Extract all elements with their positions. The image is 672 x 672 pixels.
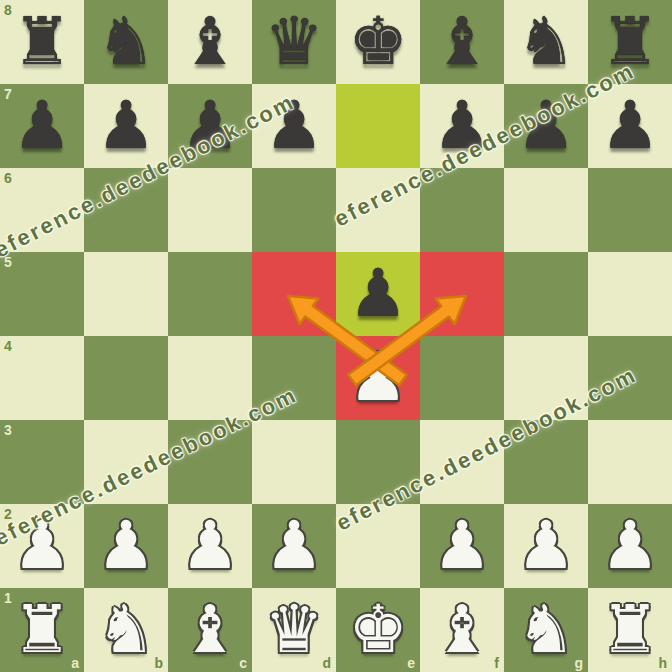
square-d8[interactable]: ♛ xyxy=(252,0,336,84)
square-f8[interactable]: ♝ xyxy=(420,0,504,84)
piece-black-pawn-h7[interactable]: ♟ xyxy=(588,84,672,168)
square-a8[interactable]: ♜8 xyxy=(0,0,84,84)
piece-white-knight-g1[interactable]: ♞ xyxy=(504,588,588,672)
piece-black-pawn-g7[interactable]: ♟ xyxy=(504,84,588,168)
piece-black-pawn-f7[interactable]: ♟ xyxy=(420,84,504,168)
square-f4[interactable] xyxy=(420,336,504,420)
square-a1[interactable]: ♜1a xyxy=(0,588,84,672)
square-c8[interactable]: ♝ xyxy=(168,0,252,84)
square-d3[interactable] xyxy=(252,420,336,504)
square-b2[interactable]: ♟ xyxy=(84,504,168,588)
square-g5[interactable] xyxy=(504,252,588,336)
square-d7[interactable]: ♟ xyxy=(252,84,336,168)
piece-white-bishop-f1[interactable]: ♝ xyxy=(420,588,504,672)
square-a2[interactable]: ♟2 xyxy=(0,504,84,588)
square-b6[interactable] xyxy=(84,168,168,252)
square-d4[interactable] xyxy=(252,336,336,420)
square-h5[interactable] xyxy=(588,252,672,336)
square-b8[interactable]: ♞ xyxy=(84,0,168,84)
square-f5[interactable] xyxy=(420,252,504,336)
rank-label-6: 6 xyxy=(4,170,12,186)
piece-black-knight-g8[interactable]: ♞ xyxy=(504,0,588,84)
square-b3[interactable] xyxy=(84,420,168,504)
square-e8[interactable]: ♚ xyxy=(336,0,420,84)
chess-board: ♜8♞♝♛♚♝♞♜♟7♟♟♟♟♟♟65♟4♟3♟2♟♟♟♟♟♟♜1a♞b♝c♛d… xyxy=(0,0,672,672)
square-h4[interactable] xyxy=(588,336,672,420)
piece-black-pawn-b7[interactable]: ♟ xyxy=(84,84,168,168)
piece-black-pawn-a7[interactable]: ♟ xyxy=(0,84,84,168)
square-b7[interactable]: ♟ xyxy=(84,84,168,168)
piece-white-rook-h1[interactable]: ♜ xyxy=(588,588,672,672)
piece-black-queen-d8[interactable]: ♛ xyxy=(252,0,336,84)
square-a5[interactable]: 5 xyxy=(0,252,84,336)
piece-black-king-e8[interactable]: ♚ xyxy=(336,0,420,84)
chess-diagram: ♜8♞♝♛♚♝♞♜♟7♟♟♟♟♟♟65♟4♟3♟2♟♟♟♟♟♟♜1a♞b♝c♛d… xyxy=(0,0,672,672)
square-e1[interactable]: ♚e xyxy=(336,588,420,672)
piece-white-pawn-b2[interactable]: ♟ xyxy=(84,504,168,588)
square-e2[interactable] xyxy=(336,504,420,588)
piece-black-bishop-c8[interactable]: ♝ xyxy=(168,0,252,84)
square-h7[interactable]: ♟ xyxy=(588,84,672,168)
rank-label-5: 5 xyxy=(4,254,12,270)
square-c3[interactable] xyxy=(168,420,252,504)
square-g7[interactable]: ♟ xyxy=(504,84,588,168)
piece-black-bishop-f8[interactable]: ♝ xyxy=(420,0,504,84)
square-d6[interactable] xyxy=(252,168,336,252)
piece-black-rook-a8[interactable]: ♜ xyxy=(0,0,84,84)
square-f1[interactable]: ♝f xyxy=(420,588,504,672)
square-d1[interactable]: ♛d xyxy=(252,588,336,672)
rank-label-3: 3 xyxy=(4,422,12,438)
square-g4[interactable] xyxy=(504,336,588,420)
square-e7[interactable] xyxy=(336,84,420,168)
square-g1[interactable]: ♞g xyxy=(504,588,588,672)
square-h1[interactable]: ♜h xyxy=(588,588,672,672)
piece-white-pawn-c2[interactable]: ♟ xyxy=(168,504,252,588)
square-f6[interactable] xyxy=(420,168,504,252)
square-c6[interactable] xyxy=(168,168,252,252)
piece-black-knight-b8[interactable]: ♞ xyxy=(84,0,168,84)
square-g3[interactable] xyxy=(504,420,588,504)
square-d5[interactable] xyxy=(252,252,336,336)
piece-white-queen-d1[interactable]: ♛ xyxy=(252,588,336,672)
piece-white-pawn-e4[interactable]: ♟ xyxy=(336,336,420,420)
piece-white-bishop-c1[interactable]: ♝ xyxy=(168,588,252,672)
piece-black-pawn-d7[interactable]: ♟ xyxy=(252,84,336,168)
square-b4[interactable] xyxy=(84,336,168,420)
square-a7[interactable]: ♟7 xyxy=(0,84,84,168)
square-b5[interactable] xyxy=(84,252,168,336)
square-e4[interactable]: ♟ xyxy=(336,336,420,420)
square-e3[interactable] xyxy=(336,420,420,504)
square-e6[interactable] xyxy=(336,168,420,252)
piece-white-rook-a1[interactable]: ♜ xyxy=(0,588,84,672)
piece-white-pawn-g2[interactable]: ♟ xyxy=(504,504,588,588)
piece-white-pawn-h2[interactable]: ♟ xyxy=(588,504,672,588)
piece-black-rook-h8[interactable]: ♜ xyxy=(588,0,672,84)
square-c2[interactable]: ♟ xyxy=(168,504,252,588)
square-g6[interactable] xyxy=(504,168,588,252)
square-f2[interactable]: ♟ xyxy=(420,504,504,588)
square-c7[interactable]: ♟ xyxy=(168,84,252,168)
square-c4[interactable] xyxy=(168,336,252,420)
piece-white-pawn-f2[interactable]: ♟ xyxy=(420,504,504,588)
piece-black-pawn-e5[interactable]: ♟ xyxy=(336,252,420,336)
square-c5[interactable] xyxy=(168,252,252,336)
piece-black-pawn-c7[interactable]: ♟ xyxy=(168,84,252,168)
square-e5[interactable]: ♟ xyxy=(336,252,420,336)
square-h8[interactable]: ♜ xyxy=(588,0,672,84)
square-h6[interactable] xyxy=(588,168,672,252)
square-g8[interactable]: ♞ xyxy=(504,0,588,84)
square-b1[interactable]: ♞b xyxy=(84,588,168,672)
square-d2[interactable]: ♟ xyxy=(252,504,336,588)
square-f7[interactable]: ♟ xyxy=(420,84,504,168)
square-a3[interactable]: 3 xyxy=(0,420,84,504)
rank-label-4: 4 xyxy=(4,338,12,354)
square-h2[interactable]: ♟ xyxy=(588,504,672,588)
square-a4[interactable]: 4 xyxy=(0,336,84,420)
piece-white-pawn-d2[interactable]: ♟ xyxy=(252,504,336,588)
square-h3[interactable] xyxy=(588,420,672,504)
piece-white-king-e1[interactable]: ♚ xyxy=(336,588,420,672)
square-g2[interactable]: ♟ xyxy=(504,504,588,588)
piece-white-pawn-a2[interactable]: ♟ xyxy=(0,504,84,588)
square-c1[interactable]: ♝c xyxy=(168,588,252,672)
square-f3[interactable] xyxy=(420,420,504,504)
piece-white-knight-b1[interactable]: ♞ xyxy=(84,588,168,672)
square-a6[interactable]: 6 xyxy=(0,168,84,252)
